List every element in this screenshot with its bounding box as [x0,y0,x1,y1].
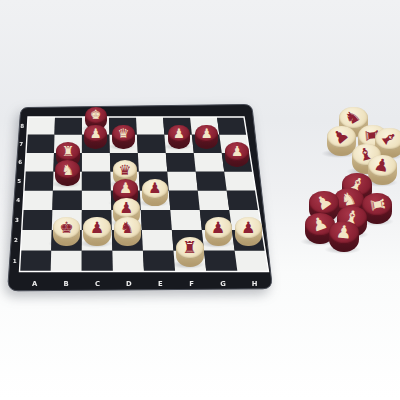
file-label-B: B [63,280,68,288]
square-a5 [24,172,54,191]
square-b4 [52,191,82,211]
square-g1 [204,251,237,272]
rank-label-2: 2 [14,237,18,243]
disc-top: ♟ [113,198,139,218]
pawn-icon: ♟ [373,156,391,175]
rook-icon: ♜ [182,240,197,256]
file-label-C: C [95,280,100,288]
square-c6 [82,153,110,172]
square-h8 [217,117,247,135]
piece-light-king-b2: ♚ [53,217,80,245]
knight-icon: ♞ [61,163,74,177]
rook-icon: ♜ [367,195,387,213]
file-label-G: G [220,280,226,288]
square-c4 [82,191,111,211]
piece-dark-pawn-f7: ♟ [168,125,191,149]
pawn-icon: ♟ [148,181,161,196]
rank-label-6: 6 [18,159,22,165]
piece-dark-knight-b5: ♞ [55,160,80,186]
king-icon: ♚ [90,109,101,122]
file-label-F: F [189,280,194,288]
square-e3 [141,210,172,230]
square-a7 [26,135,54,154]
rank-label-1: 1 [13,258,17,264]
file-label-A: A [32,280,38,288]
queen-icon: ♛ [119,163,132,177]
square-a3 [22,210,53,230]
pawn-icon: ♟ [90,127,102,140]
square-e8 [136,117,164,135]
square-e6 [138,153,167,172]
bishop-icon: ♝ [378,128,400,150]
square-h1 [235,251,269,272]
rank-label-5: 5 [17,178,21,184]
disc-top: ♟ [205,217,232,238]
rank-label-7: 7 [19,141,23,147]
square-a8 [27,117,55,135]
disc-top: ♞ [114,217,141,238]
square-g5 [196,172,227,191]
square-a6 [25,153,54,172]
piece-dark-pawn-c7: ♟ [84,125,107,149]
pawn-icon: ♟ [310,214,331,236]
square-b8 [55,117,82,135]
pawn-icon: ♟ [119,181,132,196]
knight-icon: ♞ [120,220,134,236]
rank-label-8: 8 [20,123,24,129]
rook-icon: ♜ [62,145,74,159]
queen-icon: ♛ [118,127,130,140]
disc-top: ♟ [309,191,339,214]
piece-dark-pawn-g7: ♟ [195,125,218,149]
piece-dark-pawn-h6: ♟ [225,142,249,167]
piece-light-pawn-h2: ♟ [235,217,262,245]
file-label-E: E [158,280,163,288]
product-photo-scene: 12345678ABCDEFGH ♚♟♛♟♟♜♟♞♛♟♟♟♚♟♞♟♟♜ ♞♟♜♝… [0,0,400,400]
pawn-icon: ♟ [313,191,336,214]
piece-dark-queen-d7: ♛ [112,125,135,149]
pawn-icon: ♟ [211,220,225,236]
square-d1 [112,251,144,272]
pawn-icon: ♟ [231,145,243,159]
pawn-icon: ♟ [173,127,185,140]
square-h4 [227,191,259,211]
disc-top: ♛ [112,125,135,143]
piece-light-pawn-c2: ♟ [83,217,110,245]
pawn-icon: ♟ [120,201,134,216]
disc-top: ♟ [83,217,110,238]
piece-light-pawn-e4: ♟ [142,179,167,206]
square-h5 [224,172,255,191]
square-c1 [82,251,113,272]
king-icon: ♚ [60,220,74,236]
disc-top: ♟ [329,221,359,244]
square-e7 [137,135,166,154]
square-e2 [142,230,174,251]
pawn-icon: ♟ [90,220,104,236]
disc-top: ♟ [235,217,262,238]
piece-light-knight-d2: ♞ [114,217,141,245]
pawn-icon: ♟ [241,220,255,236]
square-f4 [169,191,200,211]
file-label-D: D [126,280,132,288]
disc-top: ♜ [56,142,80,160]
file-label-H: H [252,280,258,288]
disc-top: ♟ [113,179,138,199]
disc-top: ♚ [53,217,80,238]
piece-light-pawn-g2: ♟ [205,217,232,245]
square-c5 [82,172,111,191]
square-b1 [51,251,82,272]
square-a4 [23,191,53,211]
square-f6 [166,153,196,172]
square-a1 [20,251,52,272]
piece-dark-pawn-tray6: ♟ [329,221,359,253]
pawn-icon: ♟ [335,223,352,242]
disc-top: ♟ [142,179,167,199]
rank-label-3: 3 [15,217,19,223]
square-g6 [194,153,224,172]
rank-label-4: 4 [16,197,20,203]
pawn-icon: ♟ [201,127,213,140]
disc-top: ♚ [85,107,107,124]
piece-light-rook-f1: ♜ [176,237,204,266]
disc-top: ♜ [176,237,204,259]
square-g4 [198,191,230,211]
square-a2 [21,230,52,251]
pawn-icon: ♟ [330,126,352,149]
disc-top: ♟ [195,125,218,143]
disc-top: ♟ [225,142,249,160]
square-f5 [167,172,197,191]
square-f3 [170,210,202,230]
